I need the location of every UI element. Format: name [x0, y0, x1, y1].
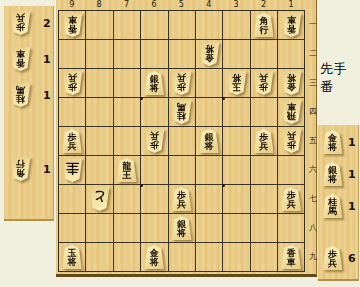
piece-kanji: 香車	[281, 13, 302, 37]
piece-kanji: 角行	[253, 13, 274, 37]
piece-kanji: 桂馬	[322, 194, 343, 218]
piece-kanji: と	[89, 187, 110, 211]
file-label-2: 2	[261, 1, 266, 9]
star-point	[222, 97, 225, 100]
file-label-8: 8	[97, 1, 102, 9]
star-point	[222, 184, 225, 187]
piece-kanji: 桂馬	[171, 100, 192, 124]
file-label-5: 5	[179, 1, 184, 9]
hand-count: 2	[43, 17, 51, 30]
shogi-piece-25[interactable]: 歩兵	[253, 129, 274, 153]
piece-kanji: 飛車	[281, 100, 302, 124]
hand-count: 1	[43, 163, 51, 176]
piece-kanji: 香車	[10, 47, 31, 71]
file-label-9: 9	[69, 1, 74, 9]
piece-kanji: 金将	[322, 130, 343, 154]
shogi-piece-95[interactable]: 歩兵	[62, 129, 83, 153]
piece-kanji: 圭	[62, 158, 83, 182]
shogi-piece-65[interactable]: 歩兵	[144, 129, 165, 153]
rank-label-6: 六	[308, 165, 318, 174]
star-point	[140, 97, 143, 100]
rank-label-4: 四	[308, 107, 318, 116]
hand-count: 1	[348, 200, 356, 213]
piece-kanji: 歩兵	[281, 129, 302, 153]
shogi-piece-42[interactable]: 金将	[199, 42, 220, 66]
shogi-piece-58[interactable]: 銀将	[171, 216, 192, 240]
rank-label-5: 五	[308, 136, 318, 145]
sente-captured-tray: 金将1銀将1桂馬1歩兵6	[318, 125, 359, 281]
board-grid[interactable]: 香車角行香車金将歩兵銀将歩兵玉将歩兵金将桂馬飛車歩兵歩兵銀将歩兵歩兵圭龍王と歩兵…	[58, 10, 305, 272]
piece-kanji: 金将	[199, 42, 220, 66]
shogi-piece-53[interactable]: 歩兵	[171, 71, 192, 95]
shogi-piece-21[interactable]: 角行	[253, 13, 274, 37]
shogi-piece-99[interactable]: 玉将	[62, 245, 83, 269]
shogi-piece-93[interactable]: 歩兵	[62, 71, 83, 95]
piece-kanji: 銀将	[171, 216, 192, 240]
file-label-3: 3	[234, 1, 239, 9]
shogi-piece-33[interactable]: 玉将	[226, 71, 247, 95]
shogi-piece-57[interactable]: 歩兵	[171, 187, 192, 211]
piece-kanji: 香車	[281, 245, 302, 269]
gote-captured-tray: 歩兵2香車1桂馬1角行1	[4, 6, 54, 221]
piece-kanji: 龍王	[116, 158, 137, 182]
piece-kanji: 歩兵	[62, 71, 83, 95]
piece-kanji: 銀将	[144, 71, 165, 95]
hand-count: 1	[348, 136, 356, 149]
shogi-piece-15[interactable]: 歩兵	[281, 129, 302, 153]
piece-kanji: 歩兵	[62, 129, 83, 153]
shogi-piece-hand[interactable]: 金将	[322, 130, 343, 154]
turn-indicator: 先手番	[320, 60, 360, 96]
piece-kanji: 歩兵	[281, 187, 302, 211]
shogi-piece-hand[interactable]: 銀将	[322, 162, 343, 186]
piece-kanji: 銀将	[322, 162, 343, 186]
piece-kanji: 桂馬	[10, 83, 31, 107]
rank-label-1: 一	[308, 20, 318, 29]
piece-kanji: 香車	[62, 13, 83, 37]
file-label-7: 7	[124, 1, 129, 9]
piece-kanji: 銀将	[199, 129, 220, 153]
rank-label-9: 九	[308, 252, 318, 261]
piece-kanji: 歩兵	[171, 187, 192, 211]
shogi-piece-13[interactable]: 金将	[281, 71, 302, 95]
hand-count: 1	[43, 53, 51, 66]
shogi-piece-87[interactable]: と	[89, 187, 110, 211]
shogi-piece-hand[interactable]: 香車	[10, 47, 31, 71]
shogi-piece-23[interactable]: 歩兵	[253, 71, 274, 95]
shogi-piece-69[interactable]: 金将	[144, 245, 165, 269]
piece-kanji: 歩兵	[144, 129, 165, 153]
piece-kanji: 歩兵	[253, 71, 274, 95]
star-point	[140, 184, 143, 187]
hand-count: 1	[348, 168, 356, 181]
piece-kanji: 歩兵	[171, 71, 192, 95]
hand-count: 1	[43, 89, 51, 102]
rank-label-7: 七	[308, 194, 318, 203]
shogi-piece-11[interactable]: 香車	[281, 13, 302, 37]
shogi-piece-91[interactable]: 香車	[62, 13, 83, 37]
rank-label-2: 二	[308, 49, 318, 58]
shogi-piece-96[interactable]: 圭	[62, 158, 83, 182]
hand-count: 6	[348, 252, 356, 265]
shogi-piece-hand[interactable]: 歩兵	[322, 246, 343, 270]
shogi-piece-hand[interactable]: 歩兵	[10, 11, 31, 35]
file-label-1: 1	[288, 1, 293, 9]
shogi-piece-63[interactable]: 銀将	[144, 71, 165, 95]
piece-kanji: 歩兵	[322, 246, 343, 270]
shogi-piece-45[interactable]: 銀将	[199, 129, 220, 153]
shogi-piece-76[interactable]: 龍王	[116, 158, 137, 182]
shogi-piece-54[interactable]: 桂馬	[171, 100, 192, 124]
shogi-piece-17[interactable]: 歩兵	[281, 187, 302, 211]
shogi-piece-hand[interactable]: 桂馬	[322, 194, 343, 218]
file-label-6: 6	[151, 1, 156, 9]
piece-kanji: 角行	[10, 157, 31, 181]
piece-kanji: 玉将	[62, 245, 83, 269]
file-label-4: 4	[206, 1, 211, 9]
shogi-piece-hand[interactable]: 角行	[10, 157, 31, 181]
shogi-board-panel: 香車角行香車金将歩兵銀将歩兵玉将歩兵金将桂馬飛車歩兵歩兵銀将歩兵歩兵圭龍王と歩兵…	[56, 0, 317, 277]
shogi-piece-14[interactable]: 飛車	[281, 100, 302, 124]
piece-kanji: 金将	[144, 245, 165, 269]
rank-label-3: 三	[308, 78, 318, 87]
piece-kanji: 玉将	[226, 71, 247, 95]
shogi-piece-hand[interactable]: 桂馬	[10, 83, 31, 107]
shogi-piece-19[interactable]: 香車	[281, 245, 302, 269]
rank-label-8: 八	[308, 223, 318, 232]
piece-kanji: 歩兵	[10, 11, 31, 35]
piece-kanji: 金将	[281, 71, 302, 95]
piece-kanji: 歩兵	[253, 129, 274, 153]
